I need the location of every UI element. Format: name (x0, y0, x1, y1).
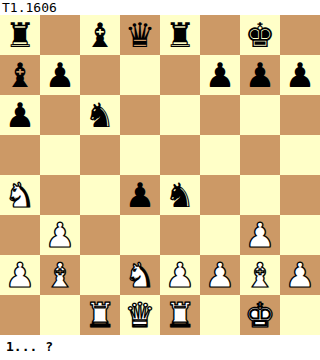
square-b1[interactable] (40, 295, 80, 335)
move-prompt: 1... ? (0, 335, 320, 360)
square-e5[interactable] (160, 135, 200, 175)
square-c4[interactable] (80, 175, 120, 215)
square-a1[interactable] (0, 295, 40, 335)
square-d7[interactable] (120, 55, 160, 95)
square-h2[interactable]: ♟ (280, 255, 320, 295)
square-e4[interactable]: ♞ (160, 175, 200, 215)
square-f6[interactable] (200, 95, 240, 135)
square-g6[interactable] (240, 95, 280, 135)
piece-white-pawn: ♟ (5, 255, 35, 295)
square-f7[interactable]: ♟ (200, 55, 240, 95)
square-c1[interactable]: ♜ (80, 295, 120, 335)
piece-white-pawn: ♟ (45, 215, 75, 255)
square-d2[interactable]: ♞ (120, 255, 160, 295)
square-c6[interactable]: ♞ (80, 95, 120, 135)
piece-black-rook: ♜ (165, 15, 195, 55)
piece-white-knight: ♞ (125, 255, 155, 295)
square-c5[interactable] (80, 135, 120, 175)
square-g2[interactable]: ♝ (240, 255, 280, 295)
piece-white-rook: ♜ (165, 295, 195, 335)
square-h7[interactable]: ♟ (280, 55, 320, 95)
piece-black-bishop: ♝ (5, 55, 35, 95)
piece-black-pawn: ♟ (205, 55, 235, 95)
square-a8[interactable]: ♜ (0, 15, 40, 55)
square-g5[interactable] (240, 135, 280, 175)
square-g8[interactable]: ♚ (240, 15, 280, 55)
square-a6[interactable]: ♟ (0, 95, 40, 135)
square-f2[interactable]: ♟ (200, 255, 240, 295)
square-h1[interactable] (280, 295, 320, 335)
square-d4[interactable]: ♟ (120, 175, 160, 215)
square-e6[interactable] (160, 95, 200, 135)
piece-white-king: ♚ (245, 295, 275, 335)
piece-black-bishop: ♝ (85, 15, 115, 55)
square-d6[interactable] (120, 95, 160, 135)
square-f8[interactable] (200, 15, 240, 55)
square-g3[interactable]: ♟ (240, 215, 280, 255)
piece-black-pawn: ♟ (245, 55, 275, 95)
square-d5[interactable] (120, 135, 160, 175)
square-g4[interactable] (240, 175, 280, 215)
square-d1[interactable]: ♛ (120, 295, 160, 335)
square-b4[interactable] (40, 175, 80, 215)
square-b3[interactable]: ♟ (40, 215, 80, 255)
piece-white-knight: ♞ (5, 175, 35, 215)
square-f1[interactable] (200, 295, 240, 335)
piece-white-pawn: ♟ (245, 215, 275, 255)
piece-black-queen: ♛ (125, 15, 155, 55)
chess-puzzle-page: T1.1606 ♜♝♛♜♚♝♟♟♟♟♟♞♞♟♞♟♟♟♝♞♟♟♝♟♜♛♜♚ 1..… (0, 0, 320, 360)
square-f5[interactable] (200, 135, 240, 175)
square-a4[interactable]: ♞ (0, 175, 40, 215)
piece-black-king: ♚ (245, 15, 275, 55)
piece-white-bishop: ♝ (45, 255, 75, 295)
square-e8[interactable]: ♜ (160, 15, 200, 55)
piece-white-pawn: ♟ (205, 255, 235, 295)
square-a5[interactable] (0, 135, 40, 175)
piece-black-knight: ♞ (165, 175, 195, 215)
square-h4[interactable] (280, 175, 320, 215)
piece-black-pawn: ♟ (5, 95, 35, 135)
square-g1[interactable]: ♚ (240, 295, 280, 335)
piece-black-knight: ♞ (85, 95, 115, 135)
square-c3[interactable] (80, 215, 120, 255)
square-b6[interactable] (40, 95, 80, 135)
square-f3[interactable] (200, 215, 240, 255)
square-h6[interactable] (280, 95, 320, 135)
square-f4[interactable] (200, 175, 240, 215)
piece-black-pawn: ♟ (285, 55, 315, 95)
square-c7[interactable] (80, 55, 120, 95)
square-c8[interactable]: ♝ (80, 15, 120, 55)
chess-board: ♜♝♛♜♚♝♟♟♟♟♟♞♞♟♞♟♟♟♝♞♟♟♝♟♜♛♜♚ (0, 15, 320, 335)
piece-black-rook: ♜ (5, 15, 35, 55)
square-e3[interactable] (160, 215, 200, 255)
square-e7[interactable] (160, 55, 200, 95)
square-b2[interactable]: ♝ (40, 255, 80, 295)
piece-black-pawn: ♟ (45, 55, 75, 95)
square-d8[interactable]: ♛ (120, 15, 160, 55)
puzzle-title: T1.1606 (0, 0, 320, 15)
square-c2[interactable] (80, 255, 120, 295)
square-e2[interactable]: ♟ (160, 255, 200, 295)
square-a7[interactable]: ♝ (0, 55, 40, 95)
square-b8[interactable] (40, 15, 80, 55)
square-b5[interactable] (40, 135, 80, 175)
square-h5[interactable] (280, 135, 320, 175)
square-a2[interactable]: ♟ (0, 255, 40, 295)
piece-white-bishop: ♝ (245, 255, 275, 295)
square-h3[interactable] (280, 215, 320, 255)
piece-white-pawn: ♟ (285, 255, 315, 295)
piece-white-pawn: ♟ (165, 255, 195, 295)
square-d3[interactable] (120, 215, 160, 255)
square-b7[interactable]: ♟ (40, 55, 80, 95)
piece-white-queen: ♛ (125, 295, 155, 335)
piece-black-pawn: ♟ (125, 175, 155, 215)
square-g7[interactable]: ♟ (240, 55, 280, 95)
square-h8[interactable] (280, 15, 320, 55)
square-a3[interactable] (0, 215, 40, 255)
square-e1[interactable]: ♜ (160, 295, 200, 335)
piece-white-rook: ♜ (85, 295, 115, 335)
